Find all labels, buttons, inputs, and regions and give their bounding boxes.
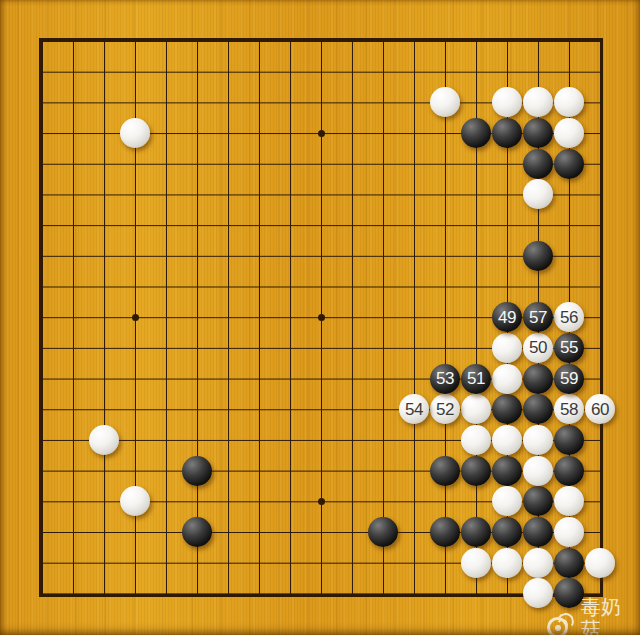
black-stone-R3 bbox=[523, 517, 553, 547]
black-stone-M3 bbox=[368, 517, 398, 547]
watermark: 毒奶菇 bbox=[546, 596, 640, 635]
move-49-black-stone-Q10: 49 bbox=[492, 302, 522, 332]
star-point bbox=[318, 130, 325, 137]
black-stone-P16 bbox=[461, 118, 491, 148]
star-point bbox=[318, 314, 325, 321]
move-54-white-stone-N7: 54 bbox=[399, 394, 429, 424]
move-55-black-stone-S9: 55 bbox=[554, 333, 584, 363]
white-stone-S4 bbox=[554, 486, 584, 516]
move-60-white-stone-T7: 60 bbox=[585, 394, 615, 424]
black-stone-F3 bbox=[182, 517, 212, 547]
move-57-black-stone-R10: 57 bbox=[523, 302, 553, 332]
move-51-black-stone-P8: 51 bbox=[461, 364, 491, 394]
white-stone-R17 bbox=[523, 87, 553, 117]
black-stone-R7 bbox=[523, 394, 553, 424]
black-stone-R15 bbox=[523, 149, 553, 179]
white-stone-D16 bbox=[120, 118, 150, 148]
white-stone-S16 bbox=[554, 118, 584, 148]
move-53-black-stone-O8: 53 bbox=[430, 364, 460, 394]
black-stone-R16 bbox=[523, 118, 553, 148]
white-stone-D4 bbox=[120, 486, 150, 516]
white-stone-Q8 bbox=[492, 364, 522, 394]
move-52-white-stone-O7: 52 bbox=[430, 394, 460, 424]
black-stone-O3 bbox=[430, 517, 460, 547]
white-stone-R6 bbox=[523, 425, 553, 455]
black-stone-P5 bbox=[461, 456, 491, 486]
white-stone-S3 bbox=[554, 517, 584, 547]
white-stone-P2 bbox=[461, 548, 491, 578]
black-stone-S2 bbox=[554, 548, 584, 578]
weibo-eye-icon bbox=[546, 610, 576, 635]
white-stone-Q17 bbox=[492, 87, 522, 117]
go-board-grid: 495051525354555657585960 bbox=[27, 26, 616, 609]
black-stone-Q16 bbox=[492, 118, 522, 148]
go-diagram: 495051525354555657585960 毒奶菇 bbox=[0, 0, 640, 635]
black-stone-F5 bbox=[182, 456, 212, 486]
black-stone-S6 bbox=[554, 425, 584, 455]
white-stone-R5 bbox=[523, 456, 553, 486]
white-stone-P6 bbox=[461, 425, 491, 455]
white-stone-S17 bbox=[554, 87, 584, 117]
white-stone-Q2 bbox=[492, 548, 522, 578]
move-58-white-stone-S7: 58 bbox=[554, 394, 584, 424]
black-stone-S5 bbox=[554, 456, 584, 486]
black-stone-O5 bbox=[430, 456, 460, 486]
star-point bbox=[318, 498, 325, 505]
white-stone-P7 bbox=[461, 394, 491, 424]
move-50-white-stone-R9: 50 bbox=[523, 333, 553, 363]
black-stone-Q5 bbox=[492, 456, 522, 486]
black-stone-R12 bbox=[523, 241, 553, 271]
black-stone-Q7 bbox=[492, 394, 522, 424]
black-stone-R8 bbox=[523, 364, 553, 394]
black-stone-S15 bbox=[554, 149, 584, 179]
white-stone-T2 bbox=[585, 548, 615, 578]
black-stone-Q3 bbox=[492, 517, 522, 547]
white-stone-Q9 bbox=[492, 333, 522, 363]
black-stone-R4 bbox=[523, 486, 553, 516]
watermark-text: 毒奶菇 bbox=[581, 596, 640, 635]
white-stone-Q4 bbox=[492, 486, 522, 516]
move-56-white-stone-S10: 56 bbox=[554, 302, 584, 332]
white-stone-R2 bbox=[523, 548, 553, 578]
black-stone-P3 bbox=[461, 517, 491, 547]
white-stone-C6 bbox=[89, 425, 119, 455]
star-point bbox=[132, 314, 139, 321]
move-59-black-stone-S8: 59 bbox=[554, 364, 584, 394]
white-stone-O17 bbox=[430, 87, 460, 117]
white-stone-R14 bbox=[523, 179, 553, 209]
white-stone-Q6 bbox=[492, 425, 522, 455]
